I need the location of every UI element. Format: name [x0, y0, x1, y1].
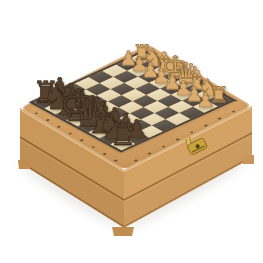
rim-dot [34, 112, 38, 114]
rim-dot [80, 139, 84, 141]
rim-dot [218, 117, 222, 119]
rim-dot [204, 124, 208, 126]
rim-dot [190, 131, 194, 133]
rim-dot [68, 132, 72, 134]
box-foot-left [18, 160, 30, 169]
rim-dot [154, 52, 158, 54]
rim-dot [232, 110, 236, 112]
rim-dot [148, 152, 152, 154]
rim-dot [46, 119, 50, 121]
rim-dot [102, 153, 106, 155]
rim-dot [57, 126, 61, 128]
rim-dot [114, 160, 118, 162]
rim-dot [176, 138, 180, 140]
rim-dot [134, 159, 138, 161]
rim-dot [91, 146, 95, 148]
box-foot-right [242, 155, 254, 164]
box-foot-near [112, 227, 134, 236]
chess-box-scene: ♜♞♝♚♛♝♞♜♟♟♟♟♟♟♟♟♟♟♟♟♟♟♟♟♜♞♝♚♛♝♞♜ [0, 0, 263, 263]
rim-dot [162, 145, 166, 147]
rim-dot [166, 59, 170, 61]
